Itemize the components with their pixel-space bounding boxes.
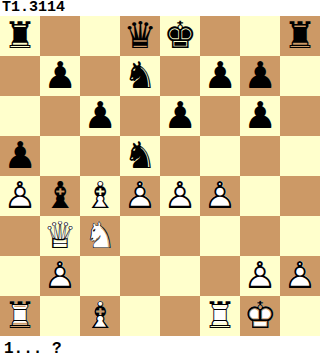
black-pawn-piece: ♟ [240, 96, 280, 136]
white-rook-piece: ♜♖ [200, 296, 240, 336]
square-f4[interactable]: ♟♙ [200, 176, 240, 216]
square-d7[interactable]: ♞ [120, 56, 160, 96]
square-e6[interactable]: ♟ [160, 96, 200, 136]
square-h6[interactable] [280, 96, 320, 136]
square-e5[interactable] [160, 136, 200, 176]
black-pawn-piece: ♟ [160, 96, 200, 136]
square-h2[interactable]: ♟♙ [280, 256, 320, 296]
square-f7[interactable]: ♟ [200, 56, 240, 96]
square-f5[interactable] [200, 136, 240, 176]
square-a5[interactable]: ♟ [0, 136, 40, 176]
square-c1[interactable]: ♝♗ [80, 296, 120, 336]
square-e4[interactable]: ♟♙ [160, 176, 200, 216]
white-pawn-piece: ♟♙ [200, 176, 240, 216]
square-a4[interactable]: ♟♙ [0, 176, 40, 216]
square-g6[interactable]: ♟ [240, 96, 280, 136]
square-c6[interactable]: ♟ [80, 96, 120, 136]
square-f8[interactable] [200, 16, 240, 56]
square-h3[interactable] [280, 216, 320, 256]
square-f2[interactable] [200, 256, 240, 296]
square-g1[interactable]: ♚♔ [240, 296, 280, 336]
square-h4[interactable] [280, 176, 320, 216]
square-b5[interactable] [40, 136, 80, 176]
white-pawn-piece: ♟♙ [120, 176, 160, 216]
white-bishop-piece: ♝♗ [80, 176, 120, 216]
black-knight-piece: ♞ [120, 136, 160, 176]
white-knight-piece: ♞♘ [80, 216, 120, 256]
square-f3[interactable] [200, 216, 240, 256]
square-c2[interactable] [80, 256, 120, 296]
white-pawn-piece: ♟♙ [0, 176, 40, 216]
square-h5[interactable] [280, 136, 320, 176]
square-h8[interactable]: ♜ [280, 16, 320, 56]
black-pawn-piece: ♟ [240, 56, 280, 96]
black-rook-piece: ♜ [0, 16, 40, 56]
square-b2[interactable]: ♟♙ [40, 256, 80, 296]
black-knight-piece: ♞ [120, 56, 160, 96]
square-d5[interactable]: ♞ [120, 136, 160, 176]
white-pawn-piece: ♟♙ [280, 256, 320, 296]
white-king-piece: ♚♔ [240, 296, 280, 336]
square-g3[interactable] [240, 216, 280, 256]
black-bishop-piece: ♝ [40, 176, 80, 216]
square-a1[interactable]: ♜♖ [0, 296, 40, 336]
square-b7[interactable]: ♟ [40, 56, 80, 96]
white-pawn-piece: ♟♙ [160, 176, 200, 216]
square-b1[interactable] [40, 296, 80, 336]
square-b8[interactable] [40, 16, 80, 56]
square-d1[interactable] [120, 296, 160, 336]
black-pawn-piece: ♟ [40, 56, 80, 96]
white-pawn-piece: ♟♙ [240, 256, 280, 296]
square-c3[interactable]: ♞♘ [80, 216, 120, 256]
square-g5[interactable] [240, 136, 280, 176]
square-a7[interactable] [0, 56, 40, 96]
square-c7[interactable] [80, 56, 120, 96]
square-e3[interactable] [160, 216, 200, 256]
square-c8[interactable] [80, 16, 120, 56]
square-h7[interactable] [280, 56, 320, 96]
white-pawn-piece: ♟♙ [40, 256, 80, 296]
square-e2[interactable] [160, 256, 200, 296]
black-king-piece: ♚ [160, 16, 200, 56]
square-a3[interactable] [0, 216, 40, 256]
chess-board: ♜♛♚♜♟♞♟♟♟♟♟♟♞♟♙♝♝♗♟♙♟♙♟♙♛♕♞♘♟♙♟♙♟♙♜♖♝♗♜♖… [0, 16, 320, 336]
square-d6[interactable] [120, 96, 160, 136]
white-queen-piece: ♛♕ [40, 216, 80, 256]
black-rook-piece: ♜ [280, 16, 320, 56]
square-d2[interactable] [120, 256, 160, 296]
square-b6[interactable] [40, 96, 80, 136]
puzzle-id: T1.3114 [0, 0, 320, 16]
white-rook-piece: ♜♖ [0, 296, 40, 336]
square-h1[interactable] [280, 296, 320, 336]
square-d8[interactable]: ♛ [120, 16, 160, 56]
square-g8[interactable] [240, 16, 280, 56]
square-a2[interactable] [0, 256, 40, 296]
square-g2[interactable]: ♟♙ [240, 256, 280, 296]
black-pawn-piece: ♟ [200, 56, 240, 96]
square-g7[interactable]: ♟ [240, 56, 280, 96]
square-d3[interactable] [120, 216, 160, 256]
square-f6[interactable] [200, 96, 240, 136]
square-d4[interactable]: ♟♙ [120, 176, 160, 216]
black-pawn-piece: ♟ [80, 96, 120, 136]
square-a6[interactable] [0, 96, 40, 136]
square-b3[interactable]: ♛♕ [40, 216, 80, 256]
white-bishop-piece: ♝♗ [80, 296, 120, 336]
square-e8[interactable]: ♚ [160, 16, 200, 56]
square-e1[interactable] [160, 296, 200, 336]
black-pawn-piece: ♟ [0, 136, 40, 176]
move-prompt: 1... ? [0, 336, 320, 360]
square-a8[interactable]: ♜ [0, 16, 40, 56]
square-f1[interactable]: ♜♖ [200, 296, 240, 336]
square-e7[interactable] [160, 56, 200, 96]
square-g4[interactable] [240, 176, 280, 216]
square-c5[interactable] [80, 136, 120, 176]
black-queen-piece: ♛ [120, 16, 160, 56]
square-b4[interactable]: ♝ [40, 176, 80, 216]
square-c4[interactable]: ♝♗ [80, 176, 120, 216]
